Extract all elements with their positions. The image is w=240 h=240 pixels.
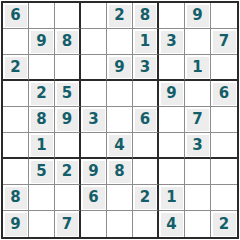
sudoku-cell-r1c9[interactable]: [211, 3, 237, 29]
cell-given-digit: 2: [5, 57, 27, 78]
cell-empty: [213, 57, 236, 78]
sudoku-cell-r3c5[interactable]: 9: [107, 55, 133, 81]
cell-given-digit: 8: [31, 109, 53, 131]
sudoku-cell-r9c6[interactable]: [133, 211, 159, 237]
cell-given-digit: 4: [161, 213, 183, 236]
sudoku-cell-r2c7[interactable]: 3: [159, 29, 185, 55]
cell-empty: [187, 187, 209, 209]
cell-given-digit: 7: [187, 109, 209, 131]
cell-given-digit: 9: [187, 5, 209, 27]
sudoku-cell-r4c9[interactable]: 6: [211, 81, 237, 107]
cell-empty: [5, 109, 27, 131]
sudoku-cell-r6c2[interactable]: 1: [29, 133, 55, 159]
sudoku-cell-r7c7[interactable]: [159, 159, 185, 185]
sudoku-cell-r3c9[interactable]: [211, 55, 237, 81]
cell-given-digit: 2: [31, 83, 53, 105]
cell-given-digit: 2: [135, 187, 156, 209]
sudoku-cell-r7c2[interactable]: 5: [29, 159, 55, 185]
cell-empty: [5, 83, 27, 105]
cell-empty: [83, 135, 105, 156]
cell-given-digit: 8: [5, 187, 27, 209]
cell-given-digit: 6: [135, 109, 156, 131]
sudoku-cell-r8c6[interactable]: 2: [133, 185, 159, 211]
cell-empty: [213, 135, 236, 156]
sudoku-cell-r6c4[interactable]: [81, 133, 107, 159]
sudoku-cell-r8c4[interactable]: 6: [81, 185, 107, 211]
sudoku-cell-r4c8[interactable]: [185, 81, 211, 107]
cell-given-digit: 4: [109, 135, 131, 156]
sudoku-cell-r7c8[interactable]: [185, 159, 211, 185]
cell-empty: [213, 5, 236, 27]
cell-empty: [31, 5, 53, 27]
sudoku-cell-r2c3[interactable]: 8: [55, 29, 81, 55]
sudoku-cell-r6c9[interactable]: [211, 133, 237, 159]
sudoku-cell-r7c4[interactable]: 9: [81, 159, 107, 185]
sudoku-cell-r9c4[interactable]: [81, 211, 107, 237]
cell-given-digit: 2: [109, 5, 131, 27]
sudoku-board: 6289981372931259689367143529886219742: [1, 1, 239, 239]
sudoku-cell-r2c6[interactable]: 1: [133, 29, 159, 55]
sudoku-cell-r5c9[interactable]: [211, 107, 237, 133]
sudoku-cell-r6c8[interactable]: 3: [185, 133, 211, 159]
sudoku-cell-r1c8[interactable]: 9: [185, 3, 211, 29]
cell-empty: [187, 213, 209, 236]
cell-given-digit: 3: [135, 57, 156, 78]
cell-empty: [213, 161, 236, 183]
cell-empty: [83, 83, 105, 105]
sudoku-cell-r9c5[interactable]: [107, 211, 133, 237]
cell-empty: [187, 161, 209, 183]
sudoku-cell-r3c3[interactable]: [55, 55, 81, 81]
sudoku-cell-r1c2[interactable]: [29, 3, 55, 29]
cell-given-digit: 1: [187, 57, 209, 78]
sudoku-cell-r4c3[interactable]: 5: [55, 81, 81, 107]
sudoku-cell-r3c6[interactable]: 3: [133, 55, 159, 81]
cell-given-digit: 7: [57, 213, 78, 236]
cell-given-digit: 1: [161, 187, 183, 209]
cell-given-digit: 3: [161, 31, 183, 53]
cell-empty: [57, 187, 78, 209]
sudoku-cell-r9c3[interactable]: 7: [55, 211, 81, 237]
cell-given-digit: 9: [161, 83, 183, 105]
cell-empty: [57, 135, 78, 156]
sudoku-cell-r5c7[interactable]: [159, 107, 185, 133]
cell-empty: [5, 135, 27, 156]
sudoku-cell-r9c7[interactable]: 4: [159, 211, 185, 237]
sudoku-cell-r5c5[interactable]: [107, 107, 133, 133]
cell-given-digit: 9: [5, 213, 27, 236]
sudoku-cell-r4c7[interactable]: 9: [159, 81, 185, 107]
sudoku-cell-r9c8[interactable]: [185, 211, 211, 237]
cell-empty: [109, 213, 131, 236]
sudoku-cell-r4c2[interactable]: 2: [29, 81, 55, 107]
cell-empty: [135, 213, 156, 236]
sudoku-cell-r1c6[interactable]: 8: [133, 3, 159, 29]
sudoku-cell-r3c1[interactable]: 2: [3, 55, 29, 81]
cell-empty: [83, 213, 105, 236]
cell-given-digit: 3: [83, 109, 105, 131]
cell-empty: [31, 187, 53, 209]
sudoku-cell-r7c9[interactable]: [211, 159, 237, 185]
sudoku-cell-r2c1[interactable]: [3, 29, 29, 55]
sudoku-cell-r7c6[interactable]: [133, 159, 159, 185]
cell-given-digit: 5: [57, 83, 78, 105]
cell-empty: [161, 161, 183, 183]
cell-empty: [57, 5, 78, 27]
cell-empty: [31, 57, 53, 78]
cell-empty: [109, 187, 131, 209]
sudoku-cell-r6c7[interactable]: [159, 133, 185, 159]
sudoku-cell-r8c1[interactable]: 8: [3, 185, 29, 211]
sudoku-cell-r3c7[interactable]: [159, 55, 185, 81]
sudoku-cell-r2c4[interactable]: [81, 29, 107, 55]
cell-given-digit: 8: [57, 31, 78, 53]
sudoku-cell-r2c9[interactable]: 7: [211, 29, 237, 55]
cell-empty: [161, 57, 183, 78]
sudoku-cell-r2c8[interactable]: [185, 29, 211, 55]
sudoku-cell-r5c2[interactable]: 8: [29, 107, 55, 133]
sudoku-cell-r1c7[interactable]: [159, 3, 185, 29]
cell-empty: [135, 83, 156, 105]
sudoku-cell-r6c1[interactable]: [3, 133, 29, 159]
cell-empty: [187, 83, 209, 105]
cell-empty: [109, 83, 131, 105]
sudoku-cell-r7c1[interactable]: [3, 159, 29, 185]
sudoku-cell-r4c1[interactable]: [3, 81, 29, 107]
sudoku-cell-r6c5[interactable]: 4: [107, 133, 133, 159]
sudoku-cell-r4c6[interactable]: [133, 81, 159, 107]
sudoku-cell-r9c2[interactable]: [29, 211, 55, 237]
sudoku-cell-r5c6[interactable]: 6: [133, 107, 159, 133]
sudoku-cell-r8c3[interactable]: [55, 185, 81, 211]
cell-given-digit: 9: [31, 31, 53, 53]
cell-empty: [161, 109, 183, 131]
sudoku-cell-r8c7[interactable]: 1: [159, 185, 185, 211]
sudoku-cell-r1c4[interactable]: [81, 3, 107, 29]
sudoku-cell-r3c4[interactable]: [81, 55, 107, 81]
cell-empty: [31, 213, 53, 236]
sudoku-cell-r3c2[interactable]: [29, 55, 55, 81]
cell-empty: [83, 31, 105, 53]
cell-empty: [161, 5, 183, 27]
sudoku-cell-r1c3[interactable]: [55, 3, 81, 29]
sudoku-cell-r1c1[interactable]: 6: [3, 3, 29, 29]
cell-given-digit: 6: [213, 83, 236, 105]
cell-empty: [83, 57, 105, 78]
sudoku-cell-r5c3[interactable]: 9: [55, 107, 81, 133]
cell-given-digit: 2: [213, 213, 236, 236]
cell-empty: [213, 109, 236, 131]
sudoku-cell-r3c8[interactable]: 1: [185, 55, 211, 81]
sudoku-cell-r8c5[interactable]: [107, 185, 133, 211]
sudoku-cell-r6c6[interactable]: [133, 133, 159, 159]
cell-empty: [109, 109, 131, 131]
cell-empty: [135, 135, 156, 156]
sudoku-cell-r5c4[interactable]: 3: [81, 107, 107, 133]
cell-empty: [135, 161, 156, 183]
cell-empty: [5, 161, 27, 183]
sudoku-cell-r1c5[interactable]: 2: [107, 3, 133, 29]
sudoku-cell-r8c9[interactable]: [211, 185, 237, 211]
sudoku-cell-r2c2[interactable]: 9: [29, 29, 55, 55]
sudoku-cell-r9c9[interactable]: 2: [211, 211, 237, 237]
sudoku-cell-r7c3[interactable]: 2: [55, 159, 81, 185]
cell-given-digit: 9: [57, 109, 78, 131]
sudoku-cell-r4c4[interactable]: [81, 81, 107, 107]
cell-empty: [5, 31, 27, 53]
cell-given-digit: 6: [5, 5, 27, 27]
cell-empty: [187, 31, 209, 53]
cell-empty: [161, 135, 183, 156]
sudoku-cell-r2c5[interactable]: [107, 29, 133, 55]
cell-given-digit: 6: [83, 187, 105, 209]
sudoku-cell-r5c8[interactable]: 7: [185, 107, 211, 133]
cell-given-digit: 9: [83, 161, 105, 183]
sudoku-cell-r5c1[interactable]: [3, 107, 29, 133]
sudoku-cell-r4c5[interactable]: [107, 81, 133, 107]
cell-empty: [109, 31, 131, 53]
cell-empty: [83, 5, 105, 27]
cell-given-digit: 8: [109, 161, 131, 183]
sudoku-cell-r9c1[interactable]: 9: [3, 211, 29, 237]
sudoku-cell-r8c2[interactable]: [29, 185, 55, 211]
sudoku-cell-r7c5[interactable]: 8: [107, 159, 133, 185]
cell-given-digit: 1: [31, 135, 53, 156]
sudoku-cell-r6c3[interactable]: [55, 133, 81, 159]
cell-given-digit: 9: [109, 57, 131, 78]
sudoku-cell-r8c8[interactable]: [185, 185, 211, 211]
cell-given-digit: 1: [135, 31, 156, 53]
cell-given-digit: 2: [57, 161, 78, 183]
cell-given-digit: 3: [187, 135, 209, 156]
cell-empty: [57, 57, 78, 78]
cell-given-digit: 5: [31, 161, 53, 183]
cell-given-digit: 7: [213, 31, 236, 53]
cell-given-digit: 8: [135, 5, 156, 27]
cell-empty: [213, 187, 236, 209]
